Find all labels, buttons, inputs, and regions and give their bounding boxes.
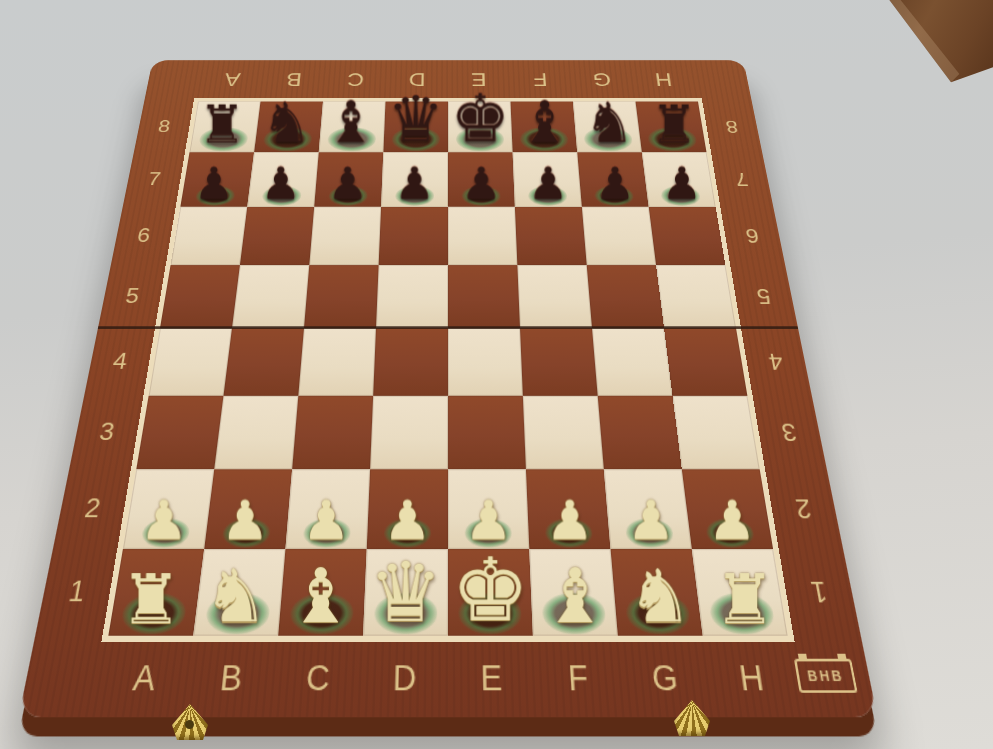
square-a4[interactable] <box>149 328 232 396</box>
square-b6[interactable] <box>240 207 314 265</box>
square-f3[interactable] <box>523 396 604 469</box>
square-e4[interactable] <box>448 328 523 396</box>
file-label-bottom-a: A <box>95 642 193 717</box>
square-b1[interactable]: ♞ <box>193 549 285 636</box>
square-a6[interactable] <box>171 207 248 265</box>
black-pawn[interactable]: ♟ <box>395 161 435 206</box>
rank-label-right-6: 6 <box>720 207 785 265</box>
square-d1[interactable]: ♛ <box>363 549 448 636</box>
white-knight[interactable]: ♞ <box>627 560 692 633</box>
bhb-logo-text: BHB <box>806 668 845 684</box>
white-pawn[interactable]: ♟ <box>708 493 757 547</box>
file-label-bottom-c: C <box>271 642 362 717</box>
file-label-bottom-h: H <box>704 642 802 717</box>
board-perspective-wrap: ABCDEFGH ABCDEFGH 87654321 87654321 ♜♞♝♛… <box>98 0 798 678</box>
white-pawn[interactable]: ♟ <box>302 493 351 547</box>
square-d6[interactable] <box>379 207 448 265</box>
black-pawn[interactable]: ♟ <box>461 161 501 206</box>
square-c1[interactable]: ♝ <box>278 549 367 636</box>
square-b4[interactable] <box>223 328 304 396</box>
square-c2[interactable]: ♟ <box>285 469 370 549</box>
black-pawn[interactable]: ♟ <box>528 161 568 206</box>
square-e5[interactable] <box>448 265 520 328</box>
rank-label-right-8: 8 <box>702 101 762 152</box>
square-d2[interactable]: ♟ <box>367 469 448 549</box>
white-pawn[interactable]: ♟ <box>383 493 432 547</box>
black-pawn[interactable]: ♟ <box>595 161 635 206</box>
square-a5[interactable] <box>160 265 240 328</box>
square-h2[interactable]: ♟ <box>682 469 773 549</box>
square-e8[interactable]: ♚ <box>448 101 513 152</box>
square-b8[interactable]: ♞ <box>254 101 323 152</box>
square-c3[interactable] <box>292 396 373 469</box>
square-f8[interactable]: ♝ <box>510 101 577 152</box>
white-king[interactable]: ♚ <box>451 546 529 633</box>
white-pawn[interactable]: ♟ <box>546 493 595 547</box>
square-h8[interactable]: ♜ <box>635 101 706 152</box>
square-a2[interactable]: ♟ <box>123 469 214 549</box>
square-a8[interactable]: ♜ <box>189 101 260 152</box>
square-b3[interactable] <box>214 396 298 469</box>
square-f2[interactable]: ♟ <box>526 469 611 549</box>
white-rook[interactable]: ♜ <box>714 565 775 633</box>
square-f6[interactable] <box>515 207 587 265</box>
square-e3[interactable] <box>448 396 526 469</box>
file-label-top-h: H <box>630 60 697 98</box>
chess-board: ABCDEFGH ABCDEFGH 87654321 87654321 ♜♞♝♛… <box>19 60 878 717</box>
square-h7[interactable]: ♟ <box>642 152 716 206</box>
square-g2[interactable]: ♟ <box>604 469 692 549</box>
tabletop-scene: ABCDEFGH ABCDEFGH 87654321 87654321 ♜♞♝♛… <box>0 0 993 749</box>
square-a7[interactable]: ♟ <box>180 152 254 206</box>
white-rook[interactable]: ♜ <box>121 565 182 633</box>
square-h4[interactable] <box>664 328 747 396</box>
square-f4[interactable] <box>520 328 598 396</box>
square-c8[interactable]: ♝ <box>319 101 386 152</box>
playing-field: ♜♞♝♛♚♝♞♜♟♟♟♟♟♟♟♟♟♟♟♟♟♟♟♟♜♞♝♛♚♝♞♜ <box>101 98 794 642</box>
square-g6[interactable] <box>582 207 656 265</box>
black-bishop[interactable]: ♝ <box>519 93 570 150</box>
square-b7[interactable]: ♟ <box>247 152 318 206</box>
file-label-bottom-e: E <box>448 642 536 717</box>
black-king[interactable]: ♚ <box>451 84 510 150</box>
square-f5[interactable] <box>517 265 592 328</box>
square-a3[interactable] <box>136 396 223 469</box>
black-pawn[interactable]: ♟ <box>328 161 368 206</box>
square-d8[interactable]: ♛ <box>383 101 448 152</box>
black-pawn[interactable]: ♟ <box>194 161 234 206</box>
square-h3[interactable] <box>673 396 760 469</box>
square-d7[interactable]: ♟ <box>381 152 448 206</box>
square-e6[interactable] <box>448 207 517 265</box>
white-bishop[interactable]: ♝ <box>541 558 609 633</box>
square-b2[interactable]: ♟ <box>204 469 292 549</box>
rank-label-left-8: 8 <box>134 101 194 152</box>
file-label-bottom-g: G <box>618 642 713 717</box>
square-d5[interactable] <box>376 265 448 328</box>
square-e1[interactable]: ♚ <box>448 549 533 636</box>
file-label-bottom-b: B <box>183 642 278 717</box>
wooden-box-corner <box>853 0 993 84</box>
square-f7[interactable]: ♟ <box>513 152 582 206</box>
square-e2[interactable]: ♟ <box>448 469 529 549</box>
square-c5[interactable] <box>304 265 379 328</box>
black-pawn[interactable]: ♟ <box>662 161 702 206</box>
white-pawn[interactable]: ♟ <box>140 493 189 547</box>
square-g3[interactable] <box>598 396 682 469</box>
white-pawn[interactable]: ♟ <box>221 493 270 547</box>
square-c6[interactable] <box>309 207 381 265</box>
square-e7[interactable]: ♟ <box>448 152 515 206</box>
rank-label-right-3: 3 <box>753 396 827 469</box>
black-knight[interactable]: ♞ <box>584 95 634 151</box>
rank-label-left-6: 6 <box>111 207 176 265</box>
black-rook[interactable]: ♜ <box>199 99 246 151</box>
square-g5[interactable] <box>587 265 664 328</box>
white-pawn[interactable]: ♟ <box>627 493 676 547</box>
square-g4[interactable] <box>592 328 673 396</box>
white-knight[interactable]: ♞ <box>203 560 268 633</box>
rank-label-right-5: 5 <box>730 265 798 328</box>
square-h5[interactable] <box>656 265 736 328</box>
square-b5[interactable] <box>232 265 309 328</box>
file-label-bottom-d: D <box>360 642 448 717</box>
square-c4[interactable] <box>298 328 376 396</box>
square-g1[interactable]: ♞ <box>611 549 703 636</box>
bhb-maker-logo: BHB <box>794 659 858 693</box>
rank-label-right-7: 7 <box>711 152 773 206</box>
black-knight[interactable]: ♞ <box>262 95 312 151</box>
file-label-bottom-f: F <box>533 642 624 717</box>
file-label-top-a: A <box>199 60 266 98</box>
white-queen[interactable]: ♛ <box>369 551 443 633</box>
black-rook[interactable]: ♜ <box>651 99 698 151</box>
rank-label-left-7: 7 <box>123 152 185 206</box>
black-queen[interactable]: ♛ <box>388 88 444 151</box>
square-h6[interactable] <box>649 207 726 265</box>
square-a1[interactable]: ♜ <box>108 549 204 636</box>
square-f1[interactable]: ♝ <box>529 549 618 636</box>
black-bishop[interactable]: ♝ <box>325 93 376 150</box>
square-d3[interactable] <box>370 396 448 469</box>
square-g7[interactable]: ♟ <box>577 152 648 206</box>
square-d4[interactable] <box>373 328 448 396</box>
square-c7[interactable]: ♟ <box>314 152 383 206</box>
black-pawn[interactable]: ♟ <box>261 161 301 206</box>
white-bishop[interactable]: ♝ <box>287 558 355 633</box>
square-g8[interactable]: ♞ <box>573 101 642 152</box>
square-h1[interactable]: ♜ <box>692 549 788 636</box>
rank-label-right-4: 4 <box>741 328 812 396</box>
